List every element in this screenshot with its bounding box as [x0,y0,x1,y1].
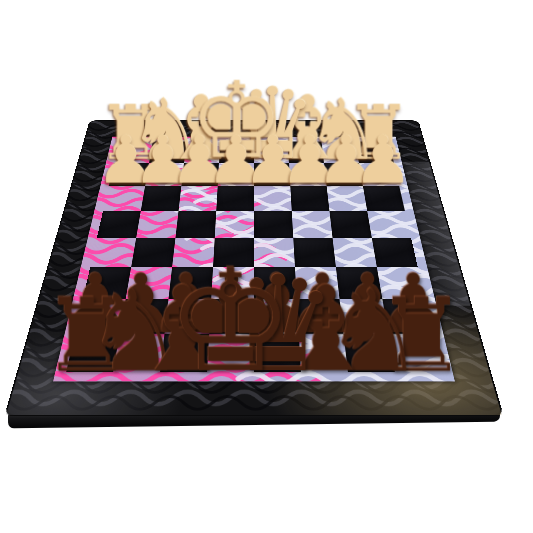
board-perspective-wrapper: ♜♞♝♚♛♝♞♜♟♟♟♟♟♟♟♟♟♟♟♟♟♟♟♟♜♞♝♚♛♝♞♜ [6,121,502,415]
piece-white-pawn-a2[interactable]: ♟ [353,127,412,193]
square-e4[interactable] [215,211,254,238]
square-e8[interactable]: ♚ [207,334,254,372]
square-c4[interactable] [292,211,333,238]
board-grid: ♜♞♝♚♛♝♞♜♟♟♟♟♟♟♟♟♟♟♟♟♟♟♟♟♜♞♝♚♛♝♞♜ [66,141,442,372]
chess-set-photo: ♜♞♝♚♛♝♞♜♟♟♟♟♟♟♟♟♟♟♟♟♟♟♟♟♜♞♝♚♛♝♞♜ [0,0,533,533]
square-f4[interactable] [175,211,216,238]
square-d4[interactable] [254,211,293,238]
chess-board: ♜♞♝♚♛♝♞♜♟♟♟♟♟♟♟♟♟♟♟♟♟♟♟♟♜♞♝♚♛♝♞♜ [6,121,502,415]
square-a2[interactable]: ♟ [359,163,399,186]
square-h4[interactable] [97,211,141,238]
square-g4[interactable] [136,211,178,238]
piece-black-king-e8[interactable]: ♚ [166,250,293,392]
square-a4[interactable] [367,211,411,238]
square-b4[interactable] [329,211,371,238]
board-surface: ♜♞♝♚♛♝♞♜♟♟♟♟♟♟♟♟♟♟♟♟♟♟♟♟♜♞♝♚♛♝♞♜ [53,137,455,382]
